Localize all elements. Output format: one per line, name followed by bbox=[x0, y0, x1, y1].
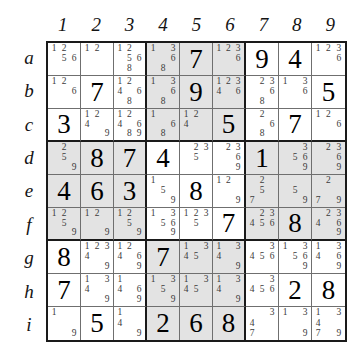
candidate-grid: 13479 bbox=[313, 308, 344, 339]
candidate-grid: 13569 bbox=[280, 242, 310, 272]
candidate-grid: 126 bbox=[49, 77, 79, 107]
candidate-grid: 149 bbox=[115, 308, 144, 339]
cell-value: 7 bbox=[279, 109, 311, 140]
cell-value: 6 bbox=[180, 307, 212, 340]
candidate-digit-3: 3 bbox=[168, 275, 178, 285]
candidate-digit-2: 2 bbox=[125, 110, 135, 120]
candidate-digit-5: 5 bbox=[257, 252, 267, 262]
candidate-digit-9: 9 bbox=[134, 228, 144, 238]
candidate-digit-9: 9 bbox=[233, 163, 243, 173]
candidate-digit-2: 2 bbox=[224, 143, 234, 153]
candidate-grid: 1345 bbox=[181, 242, 211, 272]
cell-i3[interactable]: 149 bbox=[114, 307, 147, 340]
candidate-digit-5: 5 bbox=[191, 252, 201, 262]
candidate-digit-4: 4 bbox=[181, 252, 191, 262]
cell-value: 8 bbox=[81, 142, 113, 174]
candidate-digit-9: 9 bbox=[334, 196, 344, 206]
cell-b9[interactable]: 5 bbox=[312, 76, 345, 109]
cell-h6[interactable]: 1349 bbox=[213, 274, 246, 307]
cell-h1[interactable]: 7 bbox=[48, 274, 81, 307]
candidate-grid: 235 bbox=[181, 143, 211, 173]
cell-value: 5 bbox=[81, 307, 113, 340]
candidate-grid: 3456 bbox=[247, 242, 277, 272]
row-label-h: h bbox=[16, 275, 42, 308]
cell-value: 5 bbox=[312, 76, 345, 108]
cell-value: 8 bbox=[312, 274, 345, 306]
row-label-d: d bbox=[16, 141, 42, 174]
candidate-grid: 1259 bbox=[49, 209, 79, 238]
cell-i6[interactable]: 8 bbox=[213, 307, 246, 340]
cell-b5[interactable]: 9 bbox=[180, 76, 213, 109]
candidate-digit-1: 1 bbox=[148, 110, 158, 120]
candidate-digit-5: 5 bbox=[158, 285, 168, 295]
column-labels: 123456789 bbox=[46, 11, 347, 38]
cell-value: 2 bbox=[279, 274, 311, 306]
candidate-digit-5: 5 bbox=[59, 219, 69, 229]
cell-g4[interactable]: 7 bbox=[147, 241, 180, 274]
cell-value: 9 bbox=[246, 43, 278, 75]
candidate-digit-1: 1 bbox=[82, 209, 92, 219]
candidate-grid: 257 bbox=[247, 176, 277, 206]
candidate-digit-3: 3 bbox=[201, 275, 211, 285]
candidate-grid: 124689 bbox=[115, 110, 144, 139]
cell-f2[interactable]: 129 bbox=[81, 208, 114, 241]
cell-i7[interactable]: 347 bbox=[246, 307, 279, 340]
candidate-digit-9: 9 bbox=[300, 329, 310, 339]
candidate-digit-1: 1 bbox=[280, 308, 290, 318]
cell-d4[interactable]: 4 bbox=[147, 142, 180, 175]
cell-h9[interactable]: 8 bbox=[312, 274, 345, 307]
candidate-digit-4: 4 bbox=[115, 318, 125, 328]
candidate-digit-9: 9 bbox=[134, 295, 144, 305]
candidate-digit-9: 9 bbox=[168, 228, 178, 238]
candidate-digit-9: 9 bbox=[102, 295, 112, 305]
candidate-digit-7: 7 bbox=[247, 196, 257, 206]
candidate-digit-8: 8 bbox=[158, 64, 168, 74]
cell-b2[interactable]: 7 bbox=[81, 76, 114, 109]
col-label-7: 7 bbox=[247, 11, 280, 38]
candidate-digit-8: 8 bbox=[125, 129, 135, 139]
cell-h7[interactable]: 3456 bbox=[246, 274, 279, 307]
candidate-digit-6: 6 bbox=[334, 54, 344, 64]
candidate-digit-3: 3 bbox=[233, 242, 243, 252]
col-label-8: 8 bbox=[280, 11, 313, 38]
candidate-digit-3: 3 bbox=[267, 308, 277, 318]
cell-i5[interactable]: 6 bbox=[180, 307, 213, 340]
candidate-grid: 1349 bbox=[214, 242, 243, 272]
cell-e8[interactable]: 59 bbox=[279, 175, 312, 208]
cell-a2[interactable]: 12 bbox=[81, 43, 114, 76]
candidate-digit-4: 4 bbox=[214, 285, 224, 295]
candidate-digit-9: 9 bbox=[102, 129, 112, 139]
cell-value: 3 bbox=[48, 109, 80, 140]
cell-d8[interactable]: 3569 bbox=[279, 142, 312, 175]
cell-a7[interactable]: 9 bbox=[246, 43, 279, 76]
candidate-digit-2: 2 bbox=[59, 77, 69, 87]
candidate-digit-1: 1 bbox=[313, 110, 323, 120]
cell-c1[interactable]: 3 bbox=[48, 109, 81, 142]
candidate-digit-5: 5 bbox=[158, 186, 168, 196]
cell-h4[interactable]: 1359 bbox=[147, 274, 180, 307]
cell-h3[interactable]: 1469 bbox=[114, 274, 147, 307]
candidate-digit-1: 1 bbox=[49, 44, 59, 54]
cell-value: 9 bbox=[180, 76, 212, 108]
sudoku-diagram: 123456789 abcdefghi 12561212568136871236… bbox=[0, 0, 364, 363]
cell-e2[interactable]: 6 bbox=[81, 175, 114, 208]
candidate-digit-3: 3 bbox=[201, 242, 211, 252]
cell-value: 8 bbox=[213, 307, 244, 340]
candidate-digit-6: 6 bbox=[168, 120, 178, 130]
candidate-digit-5: 5 bbox=[290, 186, 300, 196]
cell-f1[interactable]: 1259 bbox=[48, 208, 81, 241]
col-label-5: 5 bbox=[180, 11, 213, 38]
candidate-grid: 129 bbox=[214, 176, 243, 206]
candidate-digit-4: 4 bbox=[115, 252, 125, 262]
candidate-digit-8: 8 bbox=[125, 97, 135, 107]
candidate-digit-2: 2 bbox=[92, 44, 102, 54]
row-labels: abcdefghi bbox=[16, 41, 42, 342]
cell-g2[interactable]: 12349 bbox=[81, 241, 114, 274]
candidate-grid: 139 bbox=[280, 308, 310, 339]
candidate-grid: 136 bbox=[280, 77, 310, 107]
cell-value: 8 bbox=[180, 175, 212, 207]
cell-value: 8 bbox=[48, 241, 80, 273]
candidate-digit-9: 9 bbox=[334, 262, 344, 272]
cell-g5[interactable]: 1345 bbox=[180, 241, 213, 274]
candidate-digit-2: 2 bbox=[323, 110, 333, 120]
candidate-grid: 1345 bbox=[181, 275, 211, 305]
candidate-digit-7: 7 bbox=[313, 329, 323, 339]
candidate-digit-1: 1 bbox=[148, 77, 158, 87]
candidate-digit-6: 6 bbox=[334, 120, 344, 130]
cell-c5[interactable]: 124 bbox=[180, 109, 213, 142]
candidate-digit-9: 9 bbox=[334, 329, 344, 339]
cell-value: 7 bbox=[180, 43, 212, 75]
cell-f5[interactable]: 1235 bbox=[180, 208, 213, 241]
candidate-digit-9: 9 bbox=[168, 295, 178, 305]
candidate-digit-1: 1 bbox=[49, 77, 59, 87]
candidate-digit-9: 9 bbox=[233, 262, 243, 272]
cell-a8[interactable]: 4 bbox=[279, 43, 312, 76]
row-label-i: i bbox=[16, 309, 42, 342]
candidate-grid: 1236 bbox=[214, 44, 243, 74]
cell-g1[interactable]: 8 bbox=[48, 241, 81, 274]
candidate-grid: 1259 bbox=[115, 209, 144, 238]
candidate-grid: 1249 bbox=[82, 110, 112, 139]
cell-d7[interactable]: 1 bbox=[246, 142, 279, 175]
cell-f9[interactable]: 23469 bbox=[312, 208, 345, 241]
row-label-f: f bbox=[16, 208, 42, 241]
cell-g8[interactable]: 13569 bbox=[279, 241, 312, 274]
cell-value: 5 bbox=[213, 109, 244, 140]
cell-c8[interactable]: 7 bbox=[279, 109, 312, 142]
candidate-digit-1: 1 bbox=[115, 308, 125, 318]
cell-e9[interactable]: 279 bbox=[312, 175, 345, 208]
candidate-digit-9: 9 bbox=[69, 163, 79, 173]
candidate-grid: 126 bbox=[313, 110, 344, 139]
candidate-digit-4: 4 bbox=[115, 285, 125, 295]
candidate-digit-6: 6 bbox=[267, 87, 277, 97]
candidate-grid: 347 bbox=[247, 308, 277, 339]
candidate-digit-4: 4 bbox=[115, 120, 125, 130]
cell-a5[interactable]: 7 bbox=[180, 43, 213, 76]
cell-i8[interactable]: 139 bbox=[279, 307, 312, 340]
candidate-grid: 1256 bbox=[49, 44, 79, 74]
candidate-digit-4: 4 bbox=[82, 120, 92, 130]
candidate-digit-6: 6 bbox=[267, 285, 277, 295]
candidate-digit-2: 2 bbox=[224, 77, 234, 87]
candidate-digit-1: 1 bbox=[82, 44, 92, 54]
cell-i4[interactable]: 2 bbox=[147, 307, 180, 340]
cell-a6[interactable]: 1236 bbox=[213, 43, 246, 76]
candidate-digit-5: 5 bbox=[191, 285, 201, 295]
candidate-grid: 124 bbox=[181, 110, 211, 139]
cell-i1[interactable]: 19 bbox=[48, 307, 81, 340]
cell-value: 4 bbox=[279, 43, 311, 75]
cell-a1[interactable]: 1256 bbox=[48, 43, 81, 76]
candidate-digit-9: 9 bbox=[300, 262, 310, 272]
cell-e5[interactable]: 8 bbox=[180, 175, 213, 208]
candidate-digit-3: 3 bbox=[233, 275, 243, 285]
candidate-digit-1: 1 bbox=[214, 176, 224, 186]
cell-h8[interactable]: 2 bbox=[279, 274, 312, 307]
cell-value: 4 bbox=[147, 142, 179, 174]
row-label-e: e bbox=[16, 175, 42, 208]
candidate-grid: 13469 bbox=[313, 242, 344, 272]
candidate-digit-1: 1 bbox=[115, 44, 125, 54]
sudoku-board: 1256121256813687123694123612671246813689… bbox=[46, 41, 347, 342]
candidate-digit-2: 2 bbox=[224, 176, 234, 186]
cell-f6[interactable]: 7 bbox=[213, 208, 246, 241]
candidate-digit-4: 4 bbox=[115, 87, 125, 97]
candidate-digit-6: 6 bbox=[69, 54, 79, 64]
candidate-digit-7: 7 bbox=[247, 329, 257, 339]
candidate-digit-1: 1 bbox=[313, 308, 323, 318]
candidate-digit-4: 4 bbox=[247, 219, 257, 229]
candidate-grid: 1359 bbox=[148, 275, 178, 305]
candidate-digit-5: 5 bbox=[290, 153, 300, 163]
candidate-digit-5: 5 bbox=[59, 153, 69, 163]
candidate-digit-5: 5 bbox=[158, 219, 168, 229]
cell-value: 8 bbox=[279, 208, 311, 239]
candidate-grid: 23469 bbox=[313, 209, 344, 238]
candidate-digit-4: 4 bbox=[214, 252, 224, 262]
cell-b4[interactable]: 1368 bbox=[147, 76, 180, 109]
cell-c4[interactable]: 168 bbox=[147, 109, 180, 142]
candidate-digit-6: 6 bbox=[168, 87, 178, 97]
row-label-b: b bbox=[16, 74, 42, 107]
candidate-digit-3: 3 bbox=[201, 143, 211, 153]
cell-d3[interactable]: 7 bbox=[114, 142, 147, 175]
cell-f3[interactable]: 1259 bbox=[114, 208, 147, 241]
cell-c3[interactable]: 124689 bbox=[114, 109, 147, 142]
candidate-digit-5: 5 bbox=[257, 186, 267, 196]
row-label-c: c bbox=[16, 108, 42, 141]
candidate-digit-3: 3 bbox=[201, 209, 211, 219]
candidate-digit-3: 3 bbox=[300, 308, 310, 318]
candidate-digit-3: 3 bbox=[102, 275, 112, 285]
candidate-digit-9: 9 bbox=[300, 163, 310, 173]
candidate-digit-2: 2 bbox=[257, 110, 267, 120]
candidate-digit-2: 2 bbox=[125, 242, 135, 252]
cell-e3[interactable]: 3 bbox=[114, 175, 147, 208]
candidate-digit-6: 6 bbox=[267, 252, 277, 262]
candidate-digit-4: 4 bbox=[214, 87, 224, 97]
candidate-grid: 12349 bbox=[82, 242, 112, 272]
candidate-digit-1: 1 bbox=[148, 275, 158, 285]
cell-d6[interactable]: 2369 bbox=[213, 142, 246, 175]
candidate-digit-6: 6 bbox=[134, 87, 144, 97]
candidate-grid: 2369 bbox=[214, 143, 243, 173]
cell-b8[interactable]: 136 bbox=[279, 76, 312, 109]
cell-a9[interactable]: 1236 bbox=[312, 43, 345, 76]
candidate-digit-2: 2 bbox=[125, 77, 135, 87]
candidate-digit-2: 2 bbox=[92, 242, 102, 252]
col-label-4: 4 bbox=[146, 11, 179, 38]
candidate-grid: 12469 bbox=[115, 242, 144, 272]
candidate-digit-2: 2 bbox=[257, 77, 267, 87]
cell-d9[interactable]: 2369 bbox=[312, 142, 345, 175]
candidate-digit-6: 6 bbox=[300, 87, 310, 97]
candidate-grid: 2369 bbox=[313, 143, 344, 173]
candidate-digit-2: 2 bbox=[323, 143, 333, 153]
col-label-2: 2 bbox=[79, 11, 112, 38]
candidate-grid: 12346 bbox=[214, 77, 243, 107]
candidate-digit-1: 1 bbox=[280, 77, 290, 87]
candidate-digit-4: 4 bbox=[82, 252, 92, 262]
candidate-grid: 19 bbox=[49, 308, 79, 339]
cell-value: 4 bbox=[48, 175, 80, 207]
candidate-digit-6: 6 bbox=[267, 219, 277, 229]
candidate-grid: 129 bbox=[82, 209, 112, 238]
candidate-grid: 23456 bbox=[247, 209, 277, 238]
candidate-digit-5: 5 bbox=[59, 54, 69, 64]
cell-value: 7 bbox=[81, 76, 113, 108]
candidate-digit-5: 5 bbox=[257, 285, 267, 295]
candidate-grid: 159 bbox=[148, 176, 178, 206]
candidate-digit-5: 5 bbox=[257, 219, 267, 229]
cell-c9[interactable]: 126 bbox=[312, 109, 345, 142]
cell-f4[interactable]: 13569 bbox=[147, 208, 180, 241]
candidate-digit-5: 5 bbox=[125, 219, 135, 229]
candidate-digit-3: 3 bbox=[102, 242, 112, 252]
candidate-grid: 268 bbox=[247, 110, 277, 139]
cell-value: 6 bbox=[81, 175, 113, 207]
cell-value: 7 bbox=[213, 208, 244, 239]
candidate-digit-5: 5 bbox=[191, 153, 201, 163]
candidate-digit-9: 9 bbox=[233, 196, 243, 206]
cell-value: 3 bbox=[114, 175, 145, 207]
cell-a3[interactable]: 12568 bbox=[114, 43, 147, 76]
cell-value: 7 bbox=[114, 142, 145, 174]
candidate-grid: 3569 bbox=[280, 143, 310, 173]
candidate-digit-9: 9 bbox=[134, 262, 144, 272]
candidate-digit-1: 1 bbox=[148, 44, 158, 54]
candidate-digit-1: 1 bbox=[148, 209, 158, 219]
cell-h5[interactable]: 1345 bbox=[180, 274, 213, 307]
row-label-a: a bbox=[16, 41, 42, 74]
candidate-digit-4: 4 bbox=[313, 219, 323, 229]
cell-b6[interactable]: 12346 bbox=[213, 76, 246, 109]
cell-g9[interactable]: 13469 bbox=[312, 241, 345, 274]
cell-b1[interactable]: 126 bbox=[48, 76, 81, 109]
candidate-digit-4: 4 bbox=[247, 285, 257, 295]
candidate-digit-9: 9 bbox=[334, 228, 344, 238]
candidate-digit-6: 6 bbox=[134, 54, 144, 64]
col-label-3: 3 bbox=[113, 11, 146, 38]
candidate-grid: 12568 bbox=[115, 44, 144, 74]
cell-d5[interactable]: 235 bbox=[180, 142, 213, 175]
candidate-digit-8: 8 bbox=[158, 97, 168, 107]
candidate-grid: 59 bbox=[280, 176, 310, 206]
candidate-digit-1: 1 bbox=[148, 176, 158, 186]
col-label-9: 9 bbox=[314, 11, 347, 38]
candidate-grid: 1236 bbox=[313, 44, 344, 74]
cell-c2[interactable]: 1249 bbox=[81, 109, 114, 142]
candidate-digit-6: 6 bbox=[267, 120, 277, 130]
cell-e6[interactable]: 129 bbox=[213, 175, 246, 208]
cell-c6[interactable]: 5 bbox=[213, 109, 246, 142]
cell-i9[interactable]: 13479 bbox=[312, 307, 345, 340]
candidate-digit-9: 9 bbox=[334, 163, 344, 173]
candidate-digit-1: 1 bbox=[115, 209, 125, 219]
candidate-digit-5: 5 bbox=[191, 219, 201, 229]
candidate-digit-2: 2 bbox=[92, 209, 102, 219]
candidate-digit-8: 8 bbox=[257, 97, 267, 107]
cell-g3[interactable]: 12469 bbox=[114, 241, 147, 274]
cell-i2[interactable]: 5 bbox=[81, 307, 114, 340]
candidate-digit-5: 5 bbox=[290, 252, 300, 262]
candidate-digit-8: 8 bbox=[158, 129, 168, 139]
candidate-digit-9: 9 bbox=[300, 196, 310, 206]
col-label-6: 6 bbox=[213, 11, 246, 38]
candidate-digit-9: 9 bbox=[69, 228, 79, 238]
cell-h2[interactable]: 1349 bbox=[81, 274, 114, 307]
cell-g6[interactable]: 1349 bbox=[213, 241, 246, 274]
candidate-digit-4: 4 bbox=[181, 120, 191, 130]
cell-g7[interactable]: 3456 bbox=[246, 241, 279, 274]
candidate-digit-8: 8 bbox=[257, 129, 267, 139]
cell-c7[interactable]: 268 bbox=[246, 109, 279, 142]
candidate-digit-2: 2 bbox=[191, 110, 201, 120]
cell-e1[interactable]: 4 bbox=[48, 175, 81, 208]
candidate-grid: 1368 bbox=[148, 44, 178, 74]
candidate-grid: 1349 bbox=[82, 275, 112, 305]
cell-e4[interactable]: 159 bbox=[147, 175, 180, 208]
cell-e7[interactable]: 257 bbox=[246, 175, 279, 208]
candidate-digit-2: 2 bbox=[323, 209, 333, 219]
cell-f7[interactable]: 23456 bbox=[246, 208, 279, 241]
candidate-digit-9: 9 bbox=[102, 228, 112, 238]
candidate-digit-7: 7 bbox=[313, 196, 323, 206]
candidate-digit-9: 9 bbox=[168, 196, 178, 206]
cell-b3[interactable]: 12468 bbox=[114, 76, 147, 109]
cell-value: 2 bbox=[147, 307, 179, 340]
cell-f8[interactable]: 8 bbox=[279, 208, 312, 241]
candidate-digit-1: 1 bbox=[214, 44, 224, 54]
candidate-grid: 259 bbox=[49, 143, 79, 173]
candidate-grid: 13569 bbox=[148, 209, 178, 238]
candidate-grid: 12 bbox=[82, 44, 112, 74]
cell-d2[interactable]: 8 bbox=[81, 142, 114, 175]
cell-b7[interactable]: 2368 bbox=[246, 76, 279, 109]
col-label-1: 1 bbox=[46, 11, 79, 38]
candidate-grid: 1469 bbox=[115, 275, 144, 305]
candidate-digit-4: 4 bbox=[82, 285, 92, 295]
cell-value: 7 bbox=[147, 241, 179, 273]
cell-d1[interactable]: 259 bbox=[48, 142, 81, 175]
cell-a4[interactable]: 1368 bbox=[147, 43, 180, 76]
